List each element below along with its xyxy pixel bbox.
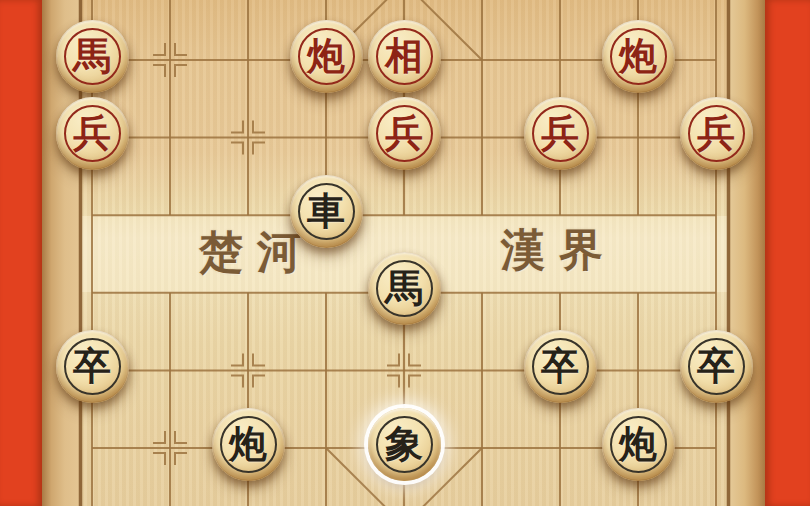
piece-black-chariot-c3r4[interactable]: 車 [290,175,363,248]
piece-black-cannon-c7r7[interactable]: 炮 [602,408,675,481]
piece-character: 馬 [56,20,129,93]
piece-black-soldier-c8r6[interactable]: 卒 [680,330,753,403]
piece-black-horse-c4r5[interactable]: 馬 [368,252,441,325]
piece-red-cannon-c7r2[interactable]: 炮 [602,20,675,93]
piece-red-soldier-c4r3[interactable]: 兵 [368,97,441,170]
piece-character: 象 [368,408,441,481]
xiangqi-board-pieces[interactable]: 馬炮相炮兵兵兵兵車馬卒卒卒炮象炮 [0,0,810,506]
piece-red-soldier-c8r3[interactable]: 兵 [680,97,753,170]
piece-character: 炮 [602,20,675,93]
piece-red-soldier-c0r3[interactable]: 兵 [56,97,129,170]
piece-red-horse-c0r2[interactable]: 馬 [56,20,129,93]
piece-character: 兵 [524,97,597,170]
piece-black-elephant-c4r7[interactable]: 象 [368,408,441,481]
piece-character: 兵 [368,97,441,170]
piece-red-elephant-c4r2[interactable]: 相 [368,20,441,93]
piece-red-cannon-c3r2[interactable]: 炮 [290,20,363,93]
piece-character: 馬 [368,252,441,325]
piece-character: 炮 [602,408,675,481]
piece-character: 卒 [524,330,597,403]
piece-character: 車 [290,175,363,248]
piece-black-cannon-c2r7[interactable]: 炮 [212,408,285,481]
piece-character: 卒 [56,330,129,403]
piece-character: 卒 [680,330,753,403]
app-frame-left-bar [0,0,42,506]
xiangqi-app: 楚河 漢界 馬炮相炮兵兵兵兵車馬卒卒卒炮象炮 [0,0,810,506]
piece-black-soldier-c0r6[interactable]: 卒 [56,330,129,403]
piece-character: 兵 [680,97,753,170]
piece-red-soldier-c6r3[interactable]: 兵 [524,97,597,170]
piece-character: 炮 [212,408,285,481]
app-frame-right-bar [765,0,810,506]
piece-black-soldier-c6r6[interactable]: 卒 [524,330,597,403]
piece-character: 兵 [56,97,129,170]
piece-character: 相 [368,20,441,93]
piece-character: 炮 [290,20,363,93]
